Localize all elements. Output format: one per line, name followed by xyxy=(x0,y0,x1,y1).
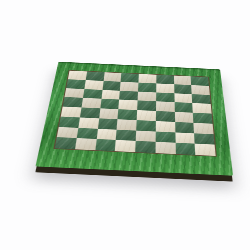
square-f8 xyxy=(156,75,174,84)
square-c3 xyxy=(97,118,117,129)
square-g1 xyxy=(175,143,195,155)
square-h6 xyxy=(192,94,211,104)
square-e1 xyxy=(135,141,155,153)
square-b8 xyxy=(86,71,105,80)
square-c7 xyxy=(102,81,121,91)
square-d6 xyxy=(119,90,138,100)
square-d1 xyxy=(115,140,136,152)
square-e5 xyxy=(137,101,156,111)
square-g7 xyxy=(174,84,192,94)
photo-background xyxy=(0,0,250,250)
square-a5 xyxy=(63,97,83,107)
playing-area xyxy=(53,70,216,157)
square-a1 xyxy=(55,137,77,149)
square-c1 xyxy=(95,139,116,151)
square-h1 xyxy=(195,144,216,156)
square-f1 xyxy=(155,142,175,154)
square-h2 xyxy=(194,133,214,145)
square-g3 xyxy=(175,122,195,133)
square-d2 xyxy=(116,129,136,141)
square-f4 xyxy=(156,111,175,122)
square-b1 xyxy=(75,138,96,150)
square-b4 xyxy=(80,107,100,118)
board-frame xyxy=(35,62,233,176)
